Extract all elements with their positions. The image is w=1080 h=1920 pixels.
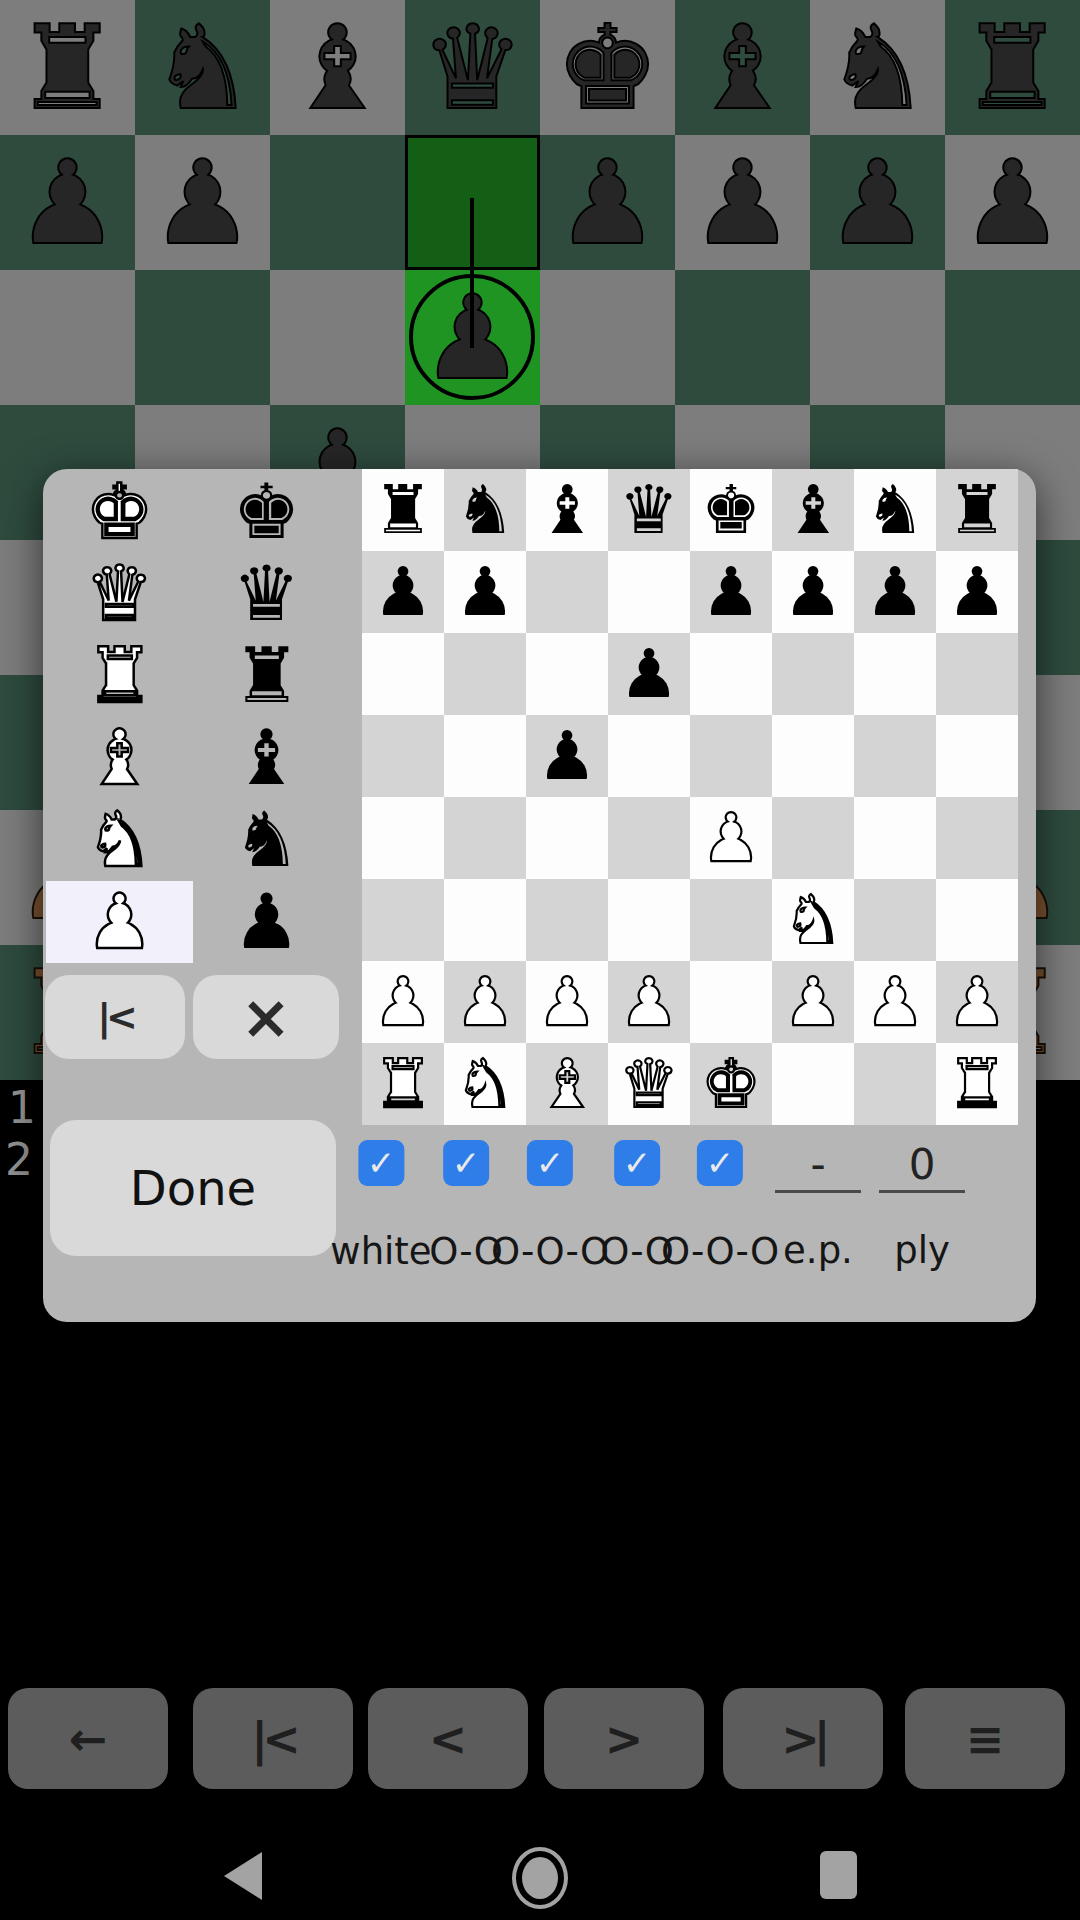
white-pawn-piece: ♟ [373, 969, 433, 1036]
home-circle [522, 1857, 558, 1899]
square-c6[interactable] [526, 633, 608, 715]
square-d8[interactable]: ♛ [608, 469, 690, 551]
editor-chessboard[interactable]: ♜♞♝♛♚♝♞♜♟♟♟♟♟♟♟♟♟♞♟♟♟♟♟♟♟♜♞♝♛♚♜ [362, 469, 1018, 1125]
square-a4[interactable] [362, 797, 444, 879]
en-passant-field[interactable]: - e.p. [775, 1140, 861, 1272]
square-e2[interactable] [690, 961, 772, 1043]
square-e6[interactable] [690, 633, 772, 715]
square-d4[interactable] [608, 797, 690, 879]
black-pawn-piece: ♟ [961, 135, 1065, 270]
white-king-piece: ♚ [85, 474, 153, 550]
palette-black-queen[interactable]: ♛ [193, 553, 340, 635]
square-e8: ♚ [540, 0, 675, 135]
square-d6[interactable]: ♟ [608, 633, 690, 715]
checkbox-column-white: ✓white [330, 1140, 431, 1273]
white-pawn-piece: ♟ [537, 969, 597, 1036]
black-pawn-piece: ♟ [373, 559, 433, 626]
square-f2[interactable]: ♟ [772, 961, 854, 1043]
square-h6 [945, 270, 1080, 405]
white-knight-piece: ♞ [455, 1051, 515, 1118]
square-b8: ♞ [135, 0, 270, 135]
previous-move-button[interactable]: < [368, 1688, 528, 1789]
square-b4[interactable] [444, 797, 526, 879]
square-g6 [810, 270, 945, 405]
white-knight-piece: ♞ [85, 802, 153, 878]
square-h8: ♜ [945, 0, 1080, 135]
square-b8[interactable]: ♞ [444, 469, 526, 551]
black-pawn-piece: ♟ [865, 559, 925, 626]
square-f8: ♝ [675, 0, 810, 135]
ply-field[interactable]: 0 ply [879, 1140, 965, 1272]
square-f3[interactable]: ♞ [772, 879, 854, 961]
square-a5[interactable] [362, 715, 444, 797]
reset-start-position-button[interactable]: |< [45, 975, 185, 1059]
square-e3[interactable] [690, 879, 772, 961]
square-b1[interactable]: ♞ [444, 1043, 526, 1125]
piece-palette: ♚♛♜♝♞♟♚♛♜♝♞♟ [46, 471, 340, 963]
black-pawn-piece: ♟ [232, 884, 300, 960]
white-pawn-piece: ♟ [947, 969, 1007, 1036]
palette-black-king[interactable]: ♚ [193, 471, 340, 553]
square-a1[interactable]: ♜ [362, 1043, 444, 1125]
black-knight-piece: ♞ [151, 0, 255, 135]
square-e7: ♟ [540, 135, 675, 270]
skip-to-end-button[interactable]: >| [723, 1688, 883, 1789]
back-arrow-button[interactable]: ← [8, 1688, 168, 1789]
android-home-icon[interactable] [512, 1847, 568, 1909]
android-recents-icon[interactable] [820, 1851, 857, 1899]
black-knight-piece: ♞ [455, 477, 515, 544]
black-king-piece: ♚ [556, 0, 660, 135]
checkbox-label: O-O-O [491, 1230, 609, 1273]
back-arrow-icon: ← [69, 1712, 108, 1766]
square-a7: ♟ [0, 135, 135, 270]
last-move-circle [409, 274, 535, 400]
black-pawn-piece: ♟ [701, 559, 761, 626]
square-f6 [675, 270, 810, 405]
skip-to-end-icon: >| [781, 1712, 824, 1766]
square-h3[interactable] [936, 879, 1018, 961]
square-e8[interactable]: ♚ [690, 469, 772, 551]
move-number: 1 [8, 1086, 36, 1130]
checkbox-column-o-o-o: ✓O-O-O [491, 1140, 609, 1273]
square-e4[interactable]: ♟ [690, 797, 772, 879]
black-bishop-piece: ♝ [537, 477, 597, 544]
square-c6 [270, 270, 405, 405]
white-pawn-piece: ♟ [455, 969, 515, 1036]
black-rook-piece: ♜ [373, 477, 433, 544]
square-a8: ♜ [0, 0, 135, 135]
square-g8: ♞ [810, 0, 945, 135]
checkmark-icon: ✓ [623, 1146, 652, 1180]
black-rook-piece: ♜ [232, 638, 300, 714]
done-button[interactable]: Done [50, 1120, 336, 1256]
palette-white-king[interactable]: ♚ [46, 471, 193, 553]
black-bishop-piece: ♝ [783, 477, 843, 544]
black-knight-piece: ♞ [865, 477, 925, 544]
o-o-o-checkbox[interactable]: ✓ [527, 1140, 573, 1186]
black-rook-piece: ♜ [961, 0, 1065, 135]
ply-value[interactable]: 0 [909, 1140, 936, 1186]
palette-black-bishop[interactable]: ♝ [193, 717, 340, 799]
square-e7[interactable]: ♟ [690, 551, 772, 633]
square-h2[interactable]: ♟ [936, 961, 1018, 1043]
white-queen-piece: ♛ [85, 556, 153, 632]
square-h1[interactable]: ♜ [936, 1043, 1018, 1125]
white-pawn-piece: ♟ [85, 884, 153, 960]
skip-start-icon: |< [97, 995, 133, 1039]
palette-white-rook[interactable]: ♜ [46, 635, 193, 717]
square-g4[interactable] [854, 797, 936, 879]
square-a3[interactable] [362, 879, 444, 961]
menu-icon: ≡ [966, 1712, 1005, 1766]
black-pawn-piece: ♟ [691, 135, 795, 270]
square-c2[interactable]: ♟ [526, 961, 608, 1043]
square-d7[interactable] [608, 551, 690, 633]
o-o-checkbox[interactable]: ✓ [614, 1140, 660, 1186]
black-pawn-piece: ♟ [619, 641, 679, 708]
white-checkbox[interactable]: ✓ [358, 1140, 404, 1186]
white-king-piece: ♚ [701, 1051, 761, 1118]
black-queen-piece: ♛ [421, 0, 525, 135]
square-h6[interactable] [936, 633, 1018, 715]
palette-black-knight[interactable]: ♞ [193, 799, 340, 881]
black-bishop-piece: ♝ [286, 0, 390, 135]
square-f5[interactable] [772, 715, 854, 797]
white-queen-piece: ♛ [619, 1051, 679, 1118]
field-underline [879, 1190, 965, 1193]
square-h4[interactable] [936, 797, 1018, 879]
palette-white-knight[interactable]: ♞ [46, 799, 193, 881]
square-b7[interactable]: ♟ [444, 551, 526, 633]
square-d2[interactable]: ♟ [608, 961, 690, 1043]
square-e5[interactable] [690, 715, 772, 797]
o-o-o-checkbox[interactable]: ✓ [697, 1140, 743, 1186]
square-c8[interactable]: ♝ [526, 469, 608, 551]
square-f6[interactable] [772, 633, 854, 715]
next-move-icon: > [605, 1712, 644, 1766]
close-icon: × [241, 987, 291, 1047]
white-bishop-piece: ♝ [537, 1051, 597, 1118]
square-b5[interactable] [444, 715, 526, 797]
square-g7: ♟ [810, 135, 945, 270]
skip-to-start-icon: |< [251, 1712, 294, 1766]
checkmark-icon: ✓ [367, 1146, 396, 1180]
square-c1[interactable]: ♝ [526, 1043, 608, 1125]
move-number: 2 [5, 1138, 33, 1182]
square-c3[interactable] [526, 879, 608, 961]
white-pawn-piece: ♟ [865, 969, 925, 1036]
checkmark-icon: ✓ [706, 1146, 735, 1180]
square-b6[interactable] [444, 633, 526, 715]
ply-label: ply [894, 1229, 950, 1272]
black-rook-piece: ♜ [947, 477, 1007, 544]
black-pawn-piece: ♟ [455, 559, 515, 626]
square-f8[interactable]: ♝ [772, 469, 854, 551]
black-pawn-piece: ♟ [556, 135, 660, 270]
black-king-piece: ♚ [232, 474, 300, 550]
black-knight-piece: ♞ [232, 802, 300, 878]
checkbox-column-o-o-o: ✓O-O-O [661, 1140, 779, 1273]
square-g2[interactable]: ♟ [854, 961, 936, 1043]
square-f7: ♟ [675, 135, 810, 270]
square-g7[interactable]: ♟ [854, 551, 936, 633]
o-o-checkbox[interactable]: ✓ [443, 1140, 489, 1186]
white-bishop-piece: ♝ [85, 720, 153, 796]
square-g3[interactable] [854, 879, 936, 961]
square-e1[interactable]: ♚ [690, 1043, 772, 1125]
black-pawn-piece: ♟ [537, 723, 597, 790]
black-pawn-piece: ♟ [151, 135, 255, 270]
square-f7[interactable]: ♟ [772, 551, 854, 633]
square-h8[interactable]: ♜ [936, 469, 1018, 551]
square-c4[interactable] [526, 797, 608, 879]
palette-white-bishop[interactable]: ♝ [46, 717, 193, 799]
square-g1[interactable] [854, 1043, 936, 1125]
square-a6[interactable] [362, 633, 444, 715]
square-h5[interactable] [936, 715, 1018, 797]
square-a8[interactable]: ♜ [362, 469, 444, 551]
clear-board-button[interactable]: × [193, 975, 339, 1059]
black-queen-piece: ♛ [619, 477, 679, 544]
white-pawn-piece: ♟ [701, 805, 761, 872]
white-rook-piece: ♜ [947, 1051, 1007, 1118]
square-f4[interactable] [772, 797, 854, 879]
square-e6 [540, 270, 675, 405]
black-pawn-piece: ♟ [16, 135, 120, 270]
square-a7[interactable]: ♟ [362, 551, 444, 633]
square-d1[interactable]: ♛ [608, 1043, 690, 1125]
square-g5[interactable] [854, 715, 936, 797]
palette-black-rook[interactable]: ♜ [193, 635, 340, 717]
square-c7 [270, 135, 405, 270]
square-c7[interactable] [526, 551, 608, 633]
skip-to-start-button[interactable]: |< [193, 1688, 353, 1789]
black-bishop-piece: ♝ [691, 0, 795, 135]
square-a6 [0, 270, 135, 405]
square-f1[interactable] [772, 1043, 854, 1125]
done-label: Done [130, 1160, 256, 1216]
black-pawn-piece: ♟ [947, 559, 1007, 626]
black-bishop-piece: ♝ [232, 720, 300, 796]
square-d3[interactable] [608, 879, 690, 961]
square-g8[interactable]: ♞ [854, 469, 936, 551]
checkbox-label: white [330, 1230, 431, 1273]
black-king-piece: ♚ [701, 477, 761, 544]
square-d5[interactable] [608, 715, 690, 797]
checkmark-icon: ✓ [452, 1146, 481, 1180]
android-back-icon[interactable] [224, 1852, 262, 1900]
square-b7: ♟ [135, 135, 270, 270]
white-knight-piece: ♞ [783, 887, 843, 954]
previous-move-icon: < [429, 1712, 468, 1766]
palette-white-queen[interactable]: ♛ [46, 553, 193, 635]
black-queen-piece: ♛ [232, 556, 300, 632]
square-c8: ♝ [270, 0, 405, 135]
square-b2[interactable]: ♟ [444, 961, 526, 1043]
white-rook-piece: ♜ [373, 1051, 433, 1118]
white-pawn-piece: ♟ [783, 969, 843, 1036]
square-b3[interactable] [444, 879, 526, 961]
checkmark-icon: ✓ [536, 1146, 565, 1180]
checkbox-label: O-O-O [661, 1230, 779, 1273]
en-passant-value[interactable]: - [810, 1140, 825, 1186]
black-pawn-piece: ♟ [783, 559, 843, 626]
white-rook-piece: ♜ [85, 638, 153, 714]
palette-black-pawn[interactable]: ♟ [193, 881, 340, 963]
black-rook-piece: ♜ [16, 0, 120, 135]
black-pawn-piece: ♟ [826, 135, 930, 270]
square-h7[interactable]: ♟ [936, 551, 1018, 633]
menu-button[interactable]: ≡ [905, 1688, 1065, 1789]
square-h7: ♟ [945, 135, 1080, 270]
square-g6[interactable] [854, 633, 936, 715]
en-passant-label: e.p. [783, 1229, 853, 1272]
palette-white-pawn[interactable]: ♟ [46, 881, 193, 963]
square-c5[interactable]: ♟ [526, 715, 608, 797]
position-editor-dialog: ♚♛♜♝♞♟♚♛♜♝♞♟ |< × ♜♞♝♛♚♝♞♜♟♟♟♟♟♟♟♟♟♞♟♟♟♟… [43, 469, 1036, 1322]
white-pawn-piece: ♟ [619, 969, 679, 1036]
next-move-button[interactable]: > [544, 1688, 704, 1789]
black-knight-piece: ♞ [826, 0, 930, 135]
square-d8: ♛ [405, 0, 540, 135]
square-a2[interactable]: ♟ [362, 961, 444, 1043]
field-underline [775, 1190, 861, 1193]
square-b6 [135, 270, 270, 405]
